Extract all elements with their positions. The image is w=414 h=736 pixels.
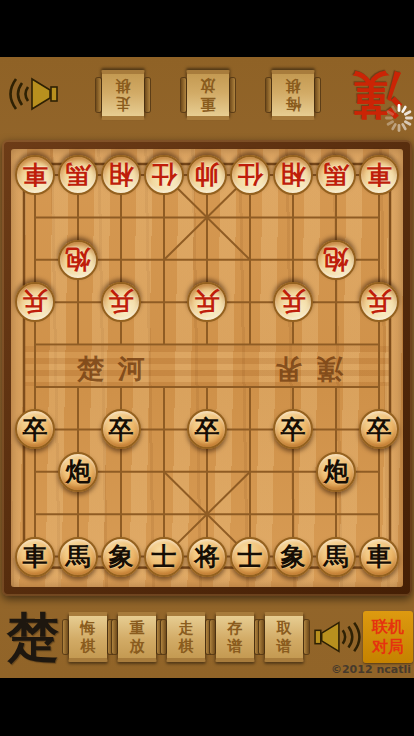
sound-toggle-bottom-button[interactable] xyxy=(313,616,361,658)
move-button-top[interactable]: 走 棋 xyxy=(101,70,145,120)
piece-black-horse[interactable]: 馬 xyxy=(316,537,356,577)
board-surface[interactable]: 楚河 漢界 車馬相仕帅仕相馬車炮炮兵兵兵兵兵卒卒卒卒卒炮炮車馬象士将士象馬車 xyxy=(11,149,403,587)
piece-black-soldier[interactable]: 卒 xyxy=(101,409,141,449)
piece-black-soldier[interactable]: 卒 xyxy=(273,409,313,449)
piece-black-chariot[interactable]: 車 xyxy=(359,537,399,577)
save-record-button[interactable]: 存 谱 xyxy=(215,612,255,662)
piece-red-elephant[interactable]: 相 xyxy=(101,155,141,195)
speaker-icon xyxy=(313,616,361,658)
piece-black-cannon[interactable]: 炮 xyxy=(316,452,356,492)
bottom-black-bar xyxy=(0,678,414,736)
piece-red-soldier[interactable]: 兵 xyxy=(273,282,313,322)
piece-red-soldier[interactable]: 兵 xyxy=(15,282,55,322)
piece-black-general[interactable]: 将 xyxy=(187,537,227,577)
load-record-button[interactable]: 取 谱 xyxy=(264,612,304,662)
loading-spinner-icon xyxy=(384,103,414,137)
piece-red-elephant[interactable]: 相 xyxy=(273,155,313,195)
piece-black-soldier[interactable]: 卒 xyxy=(187,409,227,449)
piece-black-advisor[interactable]: 士 xyxy=(144,537,184,577)
piece-red-chariot[interactable]: 車 xyxy=(15,155,55,195)
piece-black-horse[interactable]: 馬 xyxy=(58,537,98,577)
xiangqi-board[interactable]: 楚河 漢界 車馬相仕帅仕相馬車炮炮兵兵兵兵兵卒卒卒卒卒炮炮車馬象士将士象馬車 xyxy=(2,140,412,596)
piece-red-soldier[interactable]: 兵 xyxy=(359,282,399,322)
sound-toggle-top-button[interactable] xyxy=(9,72,59,116)
piece-red-cannon[interactable]: 炮 xyxy=(58,240,98,280)
piece-black-cannon[interactable]: 炮 xyxy=(58,452,98,492)
piece-red-soldier[interactable]: 兵 xyxy=(101,282,141,322)
piece-red-advisor[interactable]: 仕 xyxy=(144,155,184,195)
undo-button-top[interactable]: 悔 棋 xyxy=(271,70,315,120)
online-match-button[interactable]: 联机 对局 xyxy=(363,611,413,663)
piece-black-advisor[interactable]: 士 xyxy=(230,537,270,577)
replay-button-top[interactable]: 重 放 xyxy=(186,70,230,120)
move-button[interactable]: 走 棋 xyxy=(166,612,206,662)
top-black-bar xyxy=(0,0,414,57)
piece-red-advisor[interactable]: 仕 xyxy=(230,155,270,195)
piece-red-horse[interactable]: 馬 xyxy=(58,155,98,195)
piece-black-chariot[interactable]: 車 xyxy=(15,537,55,577)
piece-layer[interactable]: 車馬相仕帅仕相馬車炮炮兵兵兵兵兵卒卒卒卒卒炮炮車馬象士将士象馬車 xyxy=(11,149,403,587)
piece-red-horse[interactable]: 馬 xyxy=(316,155,356,195)
chu-seal-label: 楚 xyxy=(7,611,59,663)
piece-red-cannon[interactable]: 炮 xyxy=(316,240,356,280)
piece-red-chariot[interactable]: 車 xyxy=(359,155,399,195)
undo-button[interactable]: 悔 棋 xyxy=(68,612,108,662)
piece-black-elephant[interactable]: 象 xyxy=(101,537,141,577)
piece-red-general[interactable]: 帅 xyxy=(187,155,227,195)
replay-button[interactable]: 重 放 xyxy=(117,612,157,662)
piece-black-elephant[interactable]: 象 xyxy=(273,537,313,577)
piece-black-soldier[interactable]: 卒 xyxy=(15,409,55,449)
app-root: 走 棋 重 放 悔 棋 漢 楚河 漢界 xyxy=(0,0,414,736)
piece-black-soldier[interactable]: 卒 xyxy=(359,409,399,449)
piece-red-soldier[interactable]: 兵 xyxy=(187,282,227,322)
copyright-text: ©2012 ncatli xyxy=(331,663,411,676)
speaker-icon xyxy=(9,72,59,116)
